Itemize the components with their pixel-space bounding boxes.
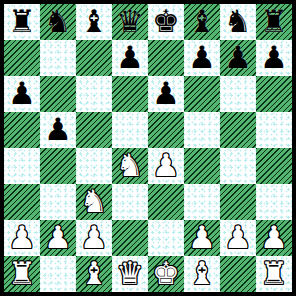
square-a1[interactable]: ♜: [4, 256, 40, 292]
square-a6[interactable]: ♟: [4, 76, 40, 112]
square-h4[interactable]: [256, 148, 292, 184]
square-f7[interactable]: ♟: [184, 40, 220, 76]
square-h8[interactable]: ♜: [256, 4, 292, 40]
square-d6[interactable]: [112, 76, 148, 112]
white-pawn-b2[interactable]: ♟: [44, 220, 72, 255]
square-b6[interactable]: [40, 76, 76, 112]
white-pawn-e4[interactable]: ♟: [152, 148, 180, 183]
square-f4[interactable]: [184, 148, 220, 184]
square-e7[interactable]: [148, 40, 184, 76]
square-a5[interactable]: [4, 112, 40, 148]
square-d7[interactable]: ♟: [112, 40, 148, 76]
square-d8[interactable]: ♛: [112, 4, 148, 40]
square-c3[interactable]: ♞: [76, 184, 112, 220]
square-e8[interactable]: ♚: [148, 4, 184, 40]
square-d4[interactable]: ♞: [112, 148, 148, 184]
square-g1[interactable]: [220, 256, 256, 292]
square-a8[interactable]: ♜: [4, 4, 40, 40]
white-pawn-c2[interactable]: ♟: [80, 220, 108, 255]
square-d2[interactable]: [112, 220, 148, 256]
white-king-e1[interactable]: ♚: [152, 256, 180, 291]
white-knight-d4[interactable]: ♞: [116, 148, 144, 183]
square-g5[interactable]: [220, 112, 256, 148]
black-pawn-e6[interactable]: ♟: [152, 76, 180, 111]
black-knight-g8[interactable]: ♞: [224, 4, 252, 39]
square-g4[interactable]: [220, 148, 256, 184]
square-c6[interactable]: [76, 76, 112, 112]
black-pawn-g7[interactable]: ♟: [224, 40, 252, 75]
white-pawn-f2[interactable]: ♟: [188, 220, 216, 255]
square-g6[interactable]: [220, 76, 256, 112]
black-bishop-c8[interactable]: ♝: [80, 4, 108, 39]
chess-board: ♜♞♝♛♚♝♞♜♟♟♟♟♟♟♟♞♟♞♟♟♟♟♟♟♜♝♛♚♝♜: [4, 4, 292, 292]
square-c8[interactable]: ♝: [76, 4, 112, 40]
square-h3[interactable]: [256, 184, 292, 220]
square-b8[interactable]: ♞: [40, 4, 76, 40]
black-pawn-h7[interactable]: ♟: [260, 40, 288, 75]
square-h7[interactable]: ♟: [256, 40, 292, 76]
white-pawn-g2[interactable]: ♟: [224, 220, 252, 255]
square-g8[interactable]: ♞: [220, 4, 256, 40]
white-pawn-a2[interactable]: ♟: [8, 220, 36, 255]
chess-board-frame: ♜♞♝♛♚♝♞♜♟♟♟♟♟♟♟♞♟♞♟♟♟♟♟♟♜♝♛♚♝♜: [0, 0, 296, 296]
black-pawn-d7[interactable]: ♟: [116, 40, 144, 75]
square-f2[interactable]: ♟: [184, 220, 220, 256]
square-g3[interactable]: [220, 184, 256, 220]
square-e5[interactable]: [148, 112, 184, 148]
square-c7[interactable]: [76, 40, 112, 76]
black-rook-h8[interactable]: ♜: [260, 4, 288, 39]
white-bishop-f1[interactable]: ♝: [188, 256, 216, 291]
square-e6[interactable]: ♟: [148, 76, 184, 112]
square-f1[interactable]: ♝: [184, 256, 220, 292]
square-h5[interactable]: [256, 112, 292, 148]
square-b3[interactable]: [40, 184, 76, 220]
black-pawn-b5[interactable]: ♟: [44, 112, 72, 147]
black-pawn-f7[interactable]: ♟: [188, 40, 216, 75]
square-c5[interactable]: [76, 112, 112, 148]
square-d5[interactable]: [112, 112, 148, 148]
square-a3[interactable]: [4, 184, 40, 220]
square-g2[interactable]: ♟: [220, 220, 256, 256]
black-bishop-f8[interactable]: ♝: [188, 4, 216, 39]
white-rook-a1[interactable]: ♜: [8, 256, 36, 291]
square-c1[interactable]: ♝: [76, 256, 112, 292]
square-a4[interactable]: [4, 148, 40, 184]
black-knight-b8[interactable]: ♞: [44, 4, 72, 39]
square-b5[interactable]: ♟: [40, 112, 76, 148]
black-pawn-a6[interactable]: ♟: [8, 76, 36, 111]
square-b7[interactable]: [40, 40, 76, 76]
white-pawn-h2[interactable]: ♟: [260, 220, 288, 255]
square-f8[interactable]: ♝: [184, 4, 220, 40]
square-a7[interactable]: [4, 40, 40, 76]
white-queen-d1[interactable]: ♛: [116, 256, 144, 291]
square-b2[interactable]: ♟: [40, 220, 76, 256]
square-f6[interactable]: [184, 76, 220, 112]
square-e2[interactable]: [148, 220, 184, 256]
white-rook-h1[interactable]: ♜: [260, 256, 288, 291]
white-bishop-c1[interactable]: ♝: [80, 256, 108, 291]
square-a2[interactable]: ♟: [4, 220, 40, 256]
square-h2[interactable]: ♟: [256, 220, 292, 256]
black-king-e8[interactable]: ♚: [152, 4, 180, 39]
square-h6[interactable]: [256, 76, 292, 112]
square-d3[interactable]: [112, 184, 148, 220]
square-b1[interactable]: [40, 256, 76, 292]
square-g7[interactable]: ♟: [220, 40, 256, 76]
square-h1[interactable]: ♜: [256, 256, 292, 292]
black-rook-a8[interactable]: ♜: [8, 4, 36, 39]
square-c4[interactable]: [76, 148, 112, 184]
square-e1[interactable]: ♚: [148, 256, 184, 292]
square-c2[interactable]: ♟: [76, 220, 112, 256]
square-f5[interactable]: [184, 112, 220, 148]
square-e4[interactable]: ♟: [148, 148, 184, 184]
square-e3[interactable]: [148, 184, 184, 220]
square-b4[interactable]: [40, 148, 76, 184]
square-d1[interactable]: ♛: [112, 256, 148, 292]
black-queen-d8[interactable]: ♛: [116, 4, 144, 39]
square-f3[interactable]: [184, 184, 220, 220]
white-knight-c3[interactable]: ♞: [80, 184, 108, 219]
